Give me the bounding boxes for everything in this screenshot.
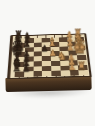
product-photo: ♜♞♝♛♚♝♞♜♟♟♟♟♟♟♟♟♝♟♞♟♟♟♟♟♟♟♜♞♝♛♚♜: [0, 0, 95, 126]
piece-white-knight-f3: ♞: [57, 51, 67, 62]
chess-board: ♜♞♝♛♚♝♞♜♟♟♟♟♟♟♟♟♝♟♞♟♟♟♟♟♟♟♜♞♝♛♚♜: [7, 33, 92, 79]
square-h4: [51, 71, 60, 76]
chess-board-3d: ♜♞♝♛♚♝♞♜♟♟♟♟♟♟♟♟♝♟♞♟♟♟♟♟♟♟♜♞♝♛♚♜: [7, 33, 92, 79]
piece-black-pawn-h7: ♟: [22, 64, 30, 73]
square-f5: [42, 61, 51, 66]
chess-set-scene: ♜♞♝♛♚♝♞♜♟♟♟♟♟♟♟♟♝♟♞♟♟♟♟♟♟♟♜♞♝♛♚♜: [0, 0, 95, 126]
square-h6: [33, 71, 42, 76]
square-g6: [33, 66, 42, 71]
square-h5: [42, 71, 51, 76]
square-e6: [33, 56, 42, 61]
square-g4: [51, 66, 60, 71]
square-g5: [42, 66, 51, 71]
piece-white-rook-h1: ♜: [76, 61, 86, 72]
piece-black-rook-h8: ♜: [12, 63, 22, 74]
square-d6: [33, 51, 42, 56]
square-f6: [33, 61, 42, 66]
piece-white-pawn-h2: ♟: [68, 63, 76, 72]
